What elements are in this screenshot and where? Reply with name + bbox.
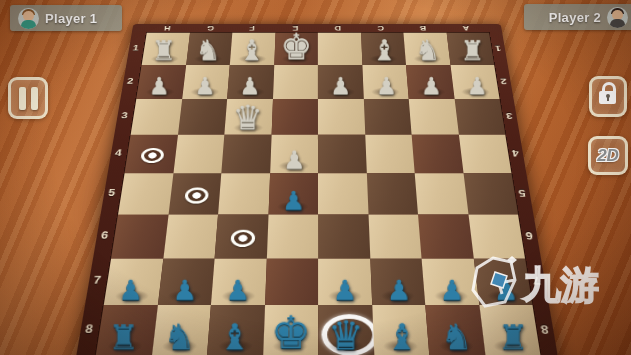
player1-avatar — [18, 8, 39, 29]
square-g1[interactable]: ♞ — [186, 33, 233, 65]
board-wrap: ♜♞♝♚♝♞♜♟♟♟♟♟♟♟♛♟♟♟♟♟♟♟♟♟♜♞♝♚♛♝♞♜ HGFEDCB… — [72, 0, 562, 355]
piece-white-knight-g1[interactable]: ♞ — [186, 36, 230, 64]
square-f2[interactable]: ♟ — [227, 65, 274, 99]
rank-label-left-2: 2 — [126, 76, 134, 85]
piece-blue-rook-a8[interactable]: ♜ — [485, 321, 541, 355]
player2-bar: Player 2 — [524, 4, 631, 30]
square-f3[interactable]: ♛ — [224, 99, 272, 135]
square-h1[interactable]: ♜ — [142, 33, 190, 65]
piece-blue-bishop-c8[interactable]: ♝ — [374, 319, 430, 355]
rank-label-right-4: 4 — [511, 148, 519, 158]
piece-white-rook-h1[interactable]: ♜ — [142, 37, 186, 64]
square-b5[interactable] — [415, 173, 468, 214]
square-d5[interactable] — [318, 173, 368, 214]
file-label-top-C: C — [377, 25, 384, 31]
piece-white-queen-f3[interactable]: ♛ — [224, 100, 271, 134]
square-h4[interactable] — [125, 135, 178, 173]
rank-label-right-8: 8 — [540, 323, 550, 336]
square-h5[interactable] — [118, 173, 173, 214]
square-d4[interactable] — [318, 135, 366, 173]
chess-board[interactable]: ♜♞♝♚♝♞♜♟♟♟♟♟♟♟♛♟♟♟♟♟♟♟♟♟♜♞♝♚♛♝♞♜ HGFEDCB… — [72, 24, 562, 355]
player1-name: Player 1 — [45, 11, 97, 26]
square-f7[interactable]: ♟ — [211, 258, 266, 305]
player2-avatar — [607, 7, 628, 28]
square-h2[interactable]: ♟ — [136, 65, 185, 99]
rank-label-left-4: 4 — [114, 148, 122, 158]
rank-label-left-8: 8 — [84, 323, 94, 336]
move-hint-dot-h4[interactable] — [140, 148, 165, 163]
piece-blue-pawn-h7[interactable]: ♟ — [104, 277, 158, 305]
piece-blue-rook-h8[interactable]: ♜ — [96, 321, 152, 355]
file-label-top-H: H — [164, 25, 171, 31]
piece-blue-knight-b8[interactable]: ♞ — [429, 319, 485, 355]
square-h6[interactable] — [111, 214, 168, 258]
piece-blue-pawn-d7[interactable]: ♟ — [318, 277, 372, 305]
file-label-top-D: D — [335, 25, 341, 31]
square-d1[interactable] — [318, 33, 362, 65]
game-screen: ♜♞♝♚♝♞♜♟♟♟♟♟♟♟♛♟♟♟♟♟♟♟♟♟♜♞♝♚♛♝♞♜ HGFEDCB… — [0, 0, 631, 355]
square-a6[interactable] — [468, 214, 525, 258]
square-e1[interactable]: ♚ — [274, 33, 318, 65]
rank-label-left-6: 6 — [100, 229, 109, 240]
file-label-top-G: G — [207, 25, 214, 31]
square-c2[interactable]: ♟ — [362, 65, 409, 99]
piece-white-king-e1[interactable]: ♚ — [274, 29, 318, 64]
piece-white-knight-b1[interactable]: ♞ — [406, 36, 450, 64]
move-hint-dot-f6[interactable] — [231, 229, 256, 246]
square-g7[interactable]: ♟ — [157, 258, 214, 305]
rank-label-right-5: 5 — [518, 187, 527, 198]
lock-button[interactable] — [589, 76, 627, 117]
square-c5[interactable] — [366, 173, 418, 214]
square-b3[interactable] — [409, 99, 459, 135]
piece-white-bishop-f1[interactable]: ♝ — [230, 36, 274, 64]
square-c4[interactable] — [365, 135, 415, 173]
piece-white-pawn-h2[interactable]: ♟ — [136, 75, 181, 98]
piece-white-pawn-a2[interactable]: ♟ — [454, 75, 499, 98]
piece-blue-pawn-g7[interactable]: ♟ — [157, 277, 211, 305]
square-c6[interactable] — [368, 214, 422, 258]
square-b8[interactable]: ♞ — [425, 305, 485, 355]
square-e7[interactable] — [265, 258, 319, 305]
square-a1[interactable]: ♜ — [446, 33, 494, 65]
square-e5[interactable]: ♟ — [268, 173, 318, 214]
square-g8[interactable]: ♞ — [151, 305, 211, 355]
square-c7[interactable]: ♟ — [370, 258, 426, 305]
square-d3[interactable] — [318, 99, 365, 135]
avatar-body — [610, 19, 625, 28]
player1-bar: Player 1 — [10, 5, 122, 31]
piece-white-pawn-f2[interactable]: ♟ — [227, 75, 272, 98]
piece-blue-pawn-c7[interactable]: ♟ — [372, 277, 426, 305]
square-a2[interactable]: ♟ — [450, 65, 499, 99]
square-g4[interactable] — [173, 135, 224, 173]
piece-blue-bishop-f8[interactable]: ♝ — [207, 319, 263, 355]
piece-blue-queen-d8[interactable]: ♛ — [318, 315, 374, 355]
piece-white-pawn-e4[interactable]: ♟ — [270, 148, 318, 173]
rank-label-left-7: 7 — [93, 274, 102, 286]
square-g5[interactable] — [168, 173, 221, 214]
move-hint-dot-g5[interactable] — [184, 187, 209, 203]
square-b4[interactable] — [412, 135, 463, 173]
square-f4[interactable] — [221, 135, 271, 173]
square-b2[interactable]: ♟ — [406, 65, 454, 99]
piece-white-rook-a1[interactable]: ♜ — [450, 37, 494, 64]
square-f8[interactable]: ♝ — [207, 305, 265, 355]
player2-name: Player 2 — [549, 10, 601, 25]
piece-blue-pawn-f7[interactable]: ♟ — [211, 277, 265, 305]
square-b6[interactable] — [418, 214, 473, 258]
pause-icon — [19, 87, 38, 110]
piece-white-pawn-b2[interactable]: ♟ — [409, 75, 454, 98]
square-g6[interactable] — [163, 214, 218, 258]
rank-label-right-7: 7 — [532, 274, 541, 286]
piece-white-pawn-c2[interactable]: ♟ — [363, 75, 408, 98]
piece-white-pawn-d2[interactable]: ♟ — [318, 75, 363, 98]
square-d2[interactable]: ♟ — [318, 65, 363, 99]
piece-white-bishop-c1[interactable]: ♝ — [362, 36, 406, 64]
square-b1[interactable]: ♞ — [403, 33, 450, 65]
piece-blue-king-e8[interactable]: ♚ — [263, 310, 319, 355]
square-e6[interactable] — [266, 214, 318, 258]
rank-label-left-5: 5 — [107, 187, 116, 198]
pause-button[interactable] — [8, 77, 48, 119]
file-label-top-F: F — [249, 25, 255, 31]
rank-label-left-3: 3 — [121, 111, 129, 120]
rank-label-left-1: 1 — [132, 44, 139, 52]
square-f6[interactable] — [215, 214, 268, 258]
piece-blue-pawn-e5[interactable]: ♟ — [268, 188, 318, 214]
rank-label-right-6: 6 — [525, 229, 534, 240]
square-h8[interactable]: ♜ — [96, 305, 158, 355]
square-g3[interactable] — [177, 99, 227, 135]
lock-icon — [599, 89, 617, 106]
piece-blue-pawn-b7[interactable]: ♟ — [425, 277, 479, 305]
square-c3[interactable] — [363, 99, 411, 135]
square-e8[interactable]: ♚ — [263, 305, 319, 355]
square-a7[interactable]: ♟ — [473, 258, 532, 305]
square-e4[interactable]: ♟ — [270, 135, 318, 173]
square-a5[interactable] — [463, 173, 518, 214]
rank-label-right-3: 3 — [505, 111, 513, 120]
square-e3[interactable] — [271, 99, 318, 135]
square-d8[interactable]: ♛ — [318, 305, 374, 355]
avatar-body — [21, 20, 36, 29]
file-label-top-E: E — [292, 25, 298, 31]
square-a4[interactable] — [458, 135, 511, 173]
piece-blue-pawn-a7[interactable]: ♟ — [479, 277, 533, 305]
view-2d-label: 2D — [597, 146, 619, 166]
square-f5[interactable] — [218, 173, 270, 214]
piece-white-pawn-g2[interactable]: ♟ — [182, 75, 227, 98]
file-label-top-B: B — [420, 25, 427, 31]
rank-label-right-2: 2 — [500, 76, 508, 85]
view-2d-button[interactable]: 2D — [588, 136, 628, 175]
file-label-top-A: A — [462, 25, 469, 31]
square-h3[interactable] — [131, 99, 182, 135]
square-h7[interactable]: ♟ — [104, 258, 163, 305]
square-c8[interactable]: ♝ — [372, 305, 430, 355]
square-b7[interactable]: ♟ — [422, 258, 479, 305]
square-f1[interactable]: ♝ — [230, 33, 275, 65]
square-a8[interactable]: ♜ — [479, 305, 541, 355]
square-c1[interactable]: ♝ — [361, 33, 406, 65]
board-grid: ♜♞♝♚♝♞♜♟♟♟♟♟♟♟♛♟♟♟♟♟♟♟♟♟♜♞♝♚♛♝♞♜ — [94, 32, 541, 355]
square-d7[interactable]: ♟ — [318, 258, 372, 305]
square-d6[interactable] — [318, 214, 370, 258]
square-g2[interactable]: ♟ — [182, 65, 230, 99]
rank-label-right-1: 1 — [494, 44, 501, 52]
piece-blue-knight-g8[interactable]: ♞ — [151, 319, 207, 355]
square-e2[interactable] — [273, 65, 318, 99]
square-a3[interactable] — [454, 99, 505, 135]
